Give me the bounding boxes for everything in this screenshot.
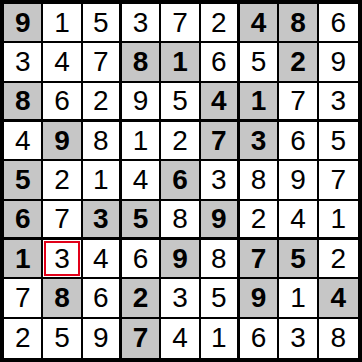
cell-r9c5[interactable]: 4 [161,319,200,358]
cell-r7c2[interactable]: 3 [43,240,82,279]
cell-r1c3[interactable]: 5 [83,4,122,43]
cell-r8c3[interactable]: 6 [83,279,122,318]
cell-r3c5[interactable]: 5 [161,83,200,122]
cell-r7c7[interactable]: 7 [240,240,279,279]
cell-r5c5[interactable]: 6 [161,161,200,200]
cell-r9c4[interactable]: 7 [122,319,161,358]
cell-r2c3[interactable]: 7 [83,43,122,82]
sudoku-board: 9153724863478165298629541734981273655214… [0,0,362,362]
cell-r5c8[interactable]: 9 [279,161,318,200]
cell-r2c1[interactable]: 3 [4,43,43,82]
cell-r8c4[interactable]: 2 [122,279,161,318]
cell-r1c1[interactable]: 9 [4,4,43,43]
cell-r2c2[interactable]: 4 [43,43,82,82]
cell-r5c1[interactable]: 5 [4,161,43,200]
cell-r6c1[interactable]: 6 [4,201,43,240]
cell-r6c4[interactable]: 5 [122,201,161,240]
cell-r4c3[interactable]: 8 [83,122,122,161]
cell-r9c1[interactable]: 2 [4,319,43,358]
cell-r3c2[interactable]: 6 [43,83,82,122]
cell-r4c6[interactable]: 7 [201,122,240,161]
cell-r4c5[interactable]: 2 [161,122,200,161]
cell-r6c3[interactable]: 3 [83,201,122,240]
cell-r5c7[interactable]: 8 [240,161,279,200]
cell-r4c4[interactable]: 1 [122,122,161,161]
cell-r8c8[interactable]: 1 [279,279,318,318]
cell-r2c9[interactable]: 9 [319,43,358,82]
cell-r8c9[interactable]: 4 [319,279,358,318]
cell-r3c9[interactable]: 3 [319,83,358,122]
cell-r4c9[interactable]: 5 [319,122,358,161]
cell-r3c8[interactable]: 7 [279,83,318,122]
cell-r1c6[interactable]: 2 [201,4,240,43]
cell-r1c7[interactable]: 4 [240,4,279,43]
cell-r9c9[interactable]: 8 [319,319,358,358]
cell-r1c2[interactable]: 1 [43,4,82,43]
cell-r4c2[interactable]: 9 [43,122,82,161]
cell-r7c4[interactable]: 6 [122,240,161,279]
cell-r4c1[interactable]: 4 [4,122,43,161]
cell-r5c9[interactable]: 7 [319,161,358,200]
cell-r1c8[interactable]: 8 [279,4,318,43]
cell-r4c8[interactable]: 6 [279,122,318,161]
cell-r6c9[interactable]: 1 [319,201,358,240]
cell-r3c6[interactable]: 4 [201,83,240,122]
cell-r9c6[interactable]: 1 [201,319,240,358]
cell-r6c8[interactable]: 4 [279,201,318,240]
cell-r3c3[interactable]: 2 [83,83,122,122]
cell-r1c5[interactable]: 7 [161,4,200,43]
cell-r4c7[interactable]: 3 [240,122,279,161]
cell-r7c3[interactable]: 4 [83,240,122,279]
cell-r8c2[interactable]: 8 [43,279,82,318]
cell-r7c6[interactable]: 8 [201,240,240,279]
cell-r2c7[interactable]: 5 [240,43,279,82]
cell-r6c5[interactable]: 8 [161,201,200,240]
cell-r3c1[interactable]: 8 [4,83,43,122]
cell-r5c6[interactable]: 3 [201,161,240,200]
cell-r9c2[interactable]: 5 [43,319,82,358]
cell-r9c3[interactable]: 9 [83,319,122,358]
cell-r7c8[interactable]: 5 [279,240,318,279]
cell-r9c7[interactable]: 6 [240,319,279,358]
cell-r2c8[interactable]: 2 [279,43,318,82]
cell-r7c1[interactable]: 1 [4,240,43,279]
cell-r3c7[interactable]: 1 [240,83,279,122]
cell-r3c4[interactable]: 9 [122,83,161,122]
cell-r2c4[interactable]: 8 [122,43,161,82]
cell-r6c7[interactable]: 2 [240,201,279,240]
cell-r1c9[interactable]: 6 [319,4,358,43]
cell-r5c2[interactable]: 2 [43,161,82,200]
cell-r5c3[interactable]: 1 [83,161,122,200]
cell-r8c5[interactable]: 3 [161,279,200,318]
cell-r7c5[interactable]: 9 [161,240,200,279]
cell-r8c7[interactable]: 9 [240,279,279,318]
cell-r6c2[interactable]: 7 [43,201,82,240]
cell-r5c4[interactable]: 4 [122,161,161,200]
cell-r9c8[interactable]: 3 [279,319,318,358]
cell-r7c9[interactable]: 2 [319,240,358,279]
cell-r8c6[interactable]: 5 [201,279,240,318]
cell-r2c6[interactable]: 6 [201,43,240,82]
cell-r6c6[interactable]: 9 [201,201,240,240]
cell-r1c4[interactable]: 3 [122,4,161,43]
cell-r2c5[interactable]: 1 [161,43,200,82]
cell-r8c1[interactable]: 7 [4,279,43,318]
